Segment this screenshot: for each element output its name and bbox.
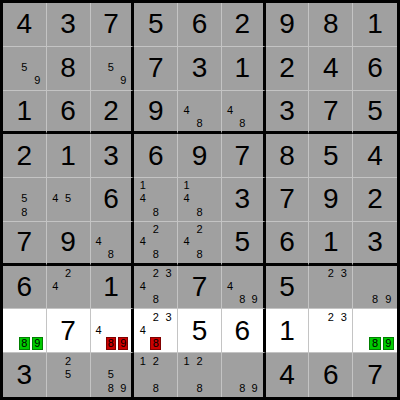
pencil-marks: 23 <box>311 310 350 350</box>
cell-value: 6 <box>134 134 177 177</box>
cell-value: 1 <box>222 47 263 90</box>
candidate-8: 8 <box>149 206 162 219</box>
pencil-marks: 89 <box>355 310 395 350</box>
candidate-3: 3 <box>162 267 175 280</box>
candidate-3: 3 <box>337 310 350 323</box>
cell-r2c1[interactable]: 59 <box>3 47 47 91</box>
cell-value: 9 <box>134 91 177 132</box>
cell-r6c8[interactable]: 1 <box>309 222 353 266</box>
cell-r2c5[interactable]: 3 <box>178 47 222 91</box>
cell-r4c2[interactable]: 1 <box>47 134 91 178</box>
cell-r9c6[interactable]: 89 <box>222 353 266 397</box>
cell-value: 1 <box>47 134 90 177</box>
cell-r6c9[interactable]: 3 <box>353 222 397 266</box>
pencil-marks: 48 <box>180 92 219 130</box>
cell-value: 5 <box>134 3 177 46</box>
cell-value: 5 <box>222 222 263 263</box>
candidate-8: 8 <box>149 381 162 395</box>
pencil-marks: 24 <box>49 267 88 307</box>
cell-value: 8 <box>47 47 90 90</box>
candidate-9: 9 <box>248 293 260 306</box>
cell-value: 4 <box>309 47 352 90</box>
cell-r5c9[interactable]: 2 <box>353 178 397 222</box>
cell-r5c1[interactable]: 58 <box>3 178 47 222</box>
candidate-4: 4 <box>224 280 236 293</box>
candidate-8: 8 <box>193 248 206 261</box>
cell-r7c3[interactable]: 1 <box>91 266 135 310</box>
cell-value: 3 <box>353 222 397 263</box>
candidate-1: 1 <box>180 179 193 192</box>
candidate-2: 2 <box>149 354 162 368</box>
cell-r1c1[interactable]: 4 <box>3 3 47 47</box>
cell-value: 1 <box>266 309 309 352</box>
candidate-5: 5 <box>62 368 75 382</box>
cell-r3c9[interactable]: 5 <box>353 91 397 135</box>
candidate-2: 2 <box>149 267 162 280</box>
candidate-4: 4 <box>180 235 193 248</box>
cell-value: 3 <box>266 91 309 132</box>
cell-value: 6 <box>178 3 221 46</box>
candidate-8: 8 <box>193 381 206 395</box>
cell-r7c1[interactable]: 6 <box>3 266 47 310</box>
candidate-3: 3 <box>162 310 175 323</box>
cell-r8c5[interactable]: 5 <box>178 309 222 353</box>
cell-r4c7[interactable]: 8 <box>266 134 310 178</box>
pencil-marks: 48 <box>224 92 261 130</box>
cell-value: 4 <box>3 3 46 46</box>
cell-value: 4 <box>353 134 397 177</box>
candidate-8: 8 <box>236 381 248 395</box>
cell-value: 9 <box>309 178 352 221</box>
candidate-4: 4 <box>136 192 149 205</box>
cell-value: 8 <box>266 134 309 177</box>
candidate-8-red: 8 <box>150 337 161 350</box>
cell-r4c6[interactable]: 7 <box>222 134 266 178</box>
candidate-4: 4 <box>49 280 62 293</box>
candidate-4: 4 <box>224 104 236 117</box>
cell-r8c9[interactable]: 89 <box>353 309 397 353</box>
pencil-marks: 89 <box>224 354 261 395</box>
pencil-marks: 148 <box>136 179 175 219</box>
candidate-4: 4 <box>93 324 105 337</box>
cell-value: 7 <box>3 222 46 263</box>
pencil-marks: 2348 <box>136 310 175 350</box>
candidate-5: 5 <box>105 368 117 382</box>
candidate-8: 8 <box>236 293 248 306</box>
cell-r5c7[interactable]: 7 <box>266 178 310 222</box>
cell-value: 7 <box>178 266 221 309</box>
candidate-2: 2 <box>149 310 162 323</box>
pencil-marks: 2348 <box>136 267 175 307</box>
cell-value: 2 <box>266 47 309 90</box>
cell-r2c2[interactable]: 8 <box>47 47 91 91</box>
candidate-8: 8 <box>18 206 31 219</box>
cell-r5c5[interactable]: 148 <box>178 178 222 222</box>
cell-r6c5[interactable]: 248 <box>178 222 222 266</box>
cell-r1c2[interactable]: 3 <box>47 3 91 47</box>
cell-r8c6[interactable]: 6 <box>222 309 266 353</box>
candidate-5: 5 <box>62 192 75 205</box>
cell-value: 1 <box>309 222 352 263</box>
cell-value: 6 <box>353 47 397 90</box>
candidate-4: 4 <box>136 280 149 293</box>
cell-value: 3 <box>47 3 90 46</box>
candidate-1: 1 <box>136 354 149 368</box>
cell-r4c8[interactable]: 5 <box>309 134 353 178</box>
cell-r1c5[interactable]: 6 <box>178 3 222 47</box>
cell-r7c6[interactable]: 489 <box>222 266 266 310</box>
cell-value: 7 <box>47 309 90 352</box>
cell-r9c8[interactable]: 6 <box>309 353 353 397</box>
cell-r9c2[interactable]: 25 <box>47 353 91 397</box>
cell-value: 7 <box>309 91 352 132</box>
cell-value: 9 <box>178 134 221 177</box>
cell-r3c2[interactable]: 6 <box>47 91 91 135</box>
cell-r5c3[interactable]: 6 <box>91 178 135 222</box>
candidate-2: 2 <box>193 223 206 236</box>
cell-value: 3 <box>222 178 263 221</box>
cell-r9c3[interactable]: 589 <box>91 353 135 397</box>
pencil-marks: 25 <box>49 354 88 395</box>
pencil-marks: 58 <box>5 179 44 219</box>
cell-r4c9[interactable]: 4 <box>353 134 397 178</box>
cell-r4c3[interactable]: 3 <box>91 134 135 178</box>
cell-value: 2 <box>353 178 397 221</box>
candidate-4: 4 <box>180 192 193 205</box>
cell-value: 2 <box>91 91 132 132</box>
candidate-3: 3 <box>337 267 350 280</box>
cell-value: 7 <box>134 47 177 90</box>
cell-value: 5 <box>309 134 352 177</box>
candidate-8: 8 <box>149 248 162 261</box>
candidate-8: 8 <box>105 248 117 261</box>
cell-r3c6[interactable]: 48 <box>222 91 266 135</box>
sudoku-board: 4375629815985973124616294848375213697854… <box>0 0 400 400</box>
cell-r7c4[interactable]: 2348 <box>134 266 178 310</box>
cell-r1c7[interactable]: 9 <box>266 3 310 47</box>
cell-r2c8[interactable]: 4 <box>309 47 353 91</box>
pencil-marks: 23 <box>311 267 350 307</box>
cell-value: 6 <box>3 266 46 309</box>
cell-value: 5 <box>353 91 397 132</box>
cell-value: 9 <box>47 222 90 263</box>
cell-value: 2 <box>222 3 263 46</box>
cell-value: 3 <box>3 353 46 397</box>
cell-r7c2[interactable]: 24 <box>47 266 91 310</box>
pencil-marks: 89 <box>355 267 395 307</box>
cell-r5c4[interactable]: 148 <box>134 178 178 222</box>
cell-r7c5[interactable]: 7 <box>178 266 222 310</box>
cell-r9c5[interactable]: 128 <box>178 353 222 397</box>
cell-r1c6[interactable]: 2 <box>222 3 266 47</box>
cell-r8c7[interactable]: 1 <box>266 309 310 353</box>
candidate-2: 2 <box>324 310 337 323</box>
pencil-marks: 128 <box>180 354 219 395</box>
pencil-marks: 59 <box>5 48 44 88</box>
cell-r4c5[interactable]: 9 <box>178 134 222 178</box>
candidate-2: 2 <box>62 267 75 280</box>
candidate-4: 4 <box>136 235 149 248</box>
pencil-marks: 248 <box>136 223 175 261</box>
cell-r2c6[interactable]: 1 <box>222 47 266 91</box>
cell-r6c7[interactable]: 6 <box>266 222 310 266</box>
cell-r9c1[interactable]: 3 <box>3 353 47 397</box>
cell-r8c2[interactable]: 7 <box>47 309 91 353</box>
cell-value: 5 <box>266 266 309 309</box>
candidate-1: 1 <box>136 179 149 192</box>
cell-value: 8 <box>309 3 352 46</box>
cell-r7c8[interactable]: 23 <box>309 266 353 310</box>
pencil-marks: 489 <box>224 267 261 307</box>
candidate-9: 9 <box>117 74 129 87</box>
candidate-8: 8 <box>193 117 206 130</box>
pencil-marks: 45 <box>49 179 88 219</box>
cell-r1c9[interactable]: 1 <box>353 3 397 47</box>
pencil-marks: 589 <box>93 354 130 395</box>
cell-r8c8[interactable]: 23 <box>309 309 353 353</box>
cell-r9c4[interactable]: 128 <box>134 353 178 397</box>
candidate-2: 2 <box>149 223 162 236</box>
cell-value: 6 <box>222 309 263 352</box>
cell-value: 2 <box>3 134 46 177</box>
candidate-4: 4 <box>136 324 149 337</box>
cell-r8c1[interactable]: 89 <box>3 309 47 353</box>
pencil-marks: 148 <box>180 179 219 219</box>
candidate-8: 8 <box>193 206 206 219</box>
candidate-4: 4 <box>180 104 193 117</box>
cell-r4c1[interactable]: 2 <box>3 134 47 178</box>
candidate-8: 8 <box>105 381 117 395</box>
candidate-8: 8 <box>149 293 162 306</box>
candidate-9-green: 9 <box>32 337 43 350</box>
cell-r2c7[interactable]: 2 <box>266 47 310 91</box>
cell-r6c6[interactable]: 5 <box>222 222 266 266</box>
candidate-9: 9 <box>382 293 395 306</box>
cell-r6c3[interactable]: 48 <box>91 222 135 266</box>
candidate-9: 9 <box>31 74 44 87</box>
pencil-marks: 89 <box>5 310 44 350</box>
candidate-2: 2 <box>324 267 337 280</box>
candidate-8-red: 8 <box>106 337 116 350</box>
cell-value: 3 <box>178 47 221 90</box>
cell-r9c7[interactable]: 4 <box>266 353 310 397</box>
pencil-marks: 48 <box>93 223 130 261</box>
cell-r3c4[interactable]: 9 <box>134 91 178 135</box>
cell-value: 1 <box>91 266 132 309</box>
candidate-5: 5 <box>105 61 117 74</box>
cell-r5c2[interactable]: 45 <box>47 178 91 222</box>
cell-r8c3[interactable]: 489 <box>91 309 135 353</box>
cell-r2c4[interactable]: 7 <box>134 47 178 91</box>
pencil-marks: 248 <box>180 223 219 261</box>
cell-value: 7 <box>91 3 132 46</box>
candidate-4: 4 <box>93 235 105 248</box>
cell-r1c8[interactable]: 8 <box>309 3 353 47</box>
candidate-8: 8 <box>236 117 248 130</box>
cell-r3c8[interactable]: 7 <box>309 91 353 135</box>
candidate-8-green: 8 <box>369 337 380 350</box>
pencil-marks: 128 <box>136 354 175 395</box>
candidate-9: 9 <box>248 381 260 395</box>
cell-r2c9[interactable]: 6 <box>353 47 397 91</box>
sudoku-app-window: 4375629815985973124616294848375213697854… <box>0 0 400 400</box>
candidate-2: 2 <box>193 354 206 368</box>
cell-r6c1[interactable]: 7 <box>3 222 47 266</box>
cell-r7c7[interactable]: 5 <box>266 266 310 310</box>
candidate-8: 8 <box>368 293 381 306</box>
cell-value: 9 <box>266 3 309 46</box>
cell-r3c3[interactable]: 2 <box>91 91 135 135</box>
cell-value: 6 <box>91 178 132 221</box>
cell-value: 1 <box>353 3 397 46</box>
cell-r3c1[interactable]: 1 <box>3 91 47 135</box>
cell-r8c4[interactable]: 2348 <box>134 309 178 353</box>
candidate-9-green: 9 <box>383 337 394 350</box>
cell-r5c8[interactable]: 9 <box>309 178 353 222</box>
cell-r3c7[interactable]: 3 <box>266 91 310 135</box>
cell-value: 6 <box>266 222 309 263</box>
cell-r5c6[interactable]: 3 <box>222 178 266 222</box>
cell-r1c4[interactable]: 5 <box>134 3 178 47</box>
candidate-5: 5 <box>18 192 31 205</box>
cell-r7c9[interactable]: 89 <box>353 266 397 310</box>
candidate-8-green: 8 <box>19 337 30 350</box>
cell-r1c3[interactable]: 7 <box>91 3 135 47</box>
pencil-marks: 59 <box>93 48 130 88</box>
cell-value: 7 <box>222 134 263 177</box>
cell-value: 7 <box>353 353 397 397</box>
cell-r6c4[interactable]: 248 <box>134 222 178 266</box>
candidate-1: 1 <box>180 354 193 368</box>
candidate-9: 9 <box>117 381 129 395</box>
cell-r6c2[interactable]: 9 <box>47 222 91 266</box>
cell-value: 4 <box>266 353 309 397</box>
cell-r2c3[interactable]: 59 <box>91 47 135 91</box>
cell-r3c5[interactable]: 48 <box>178 91 222 135</box>
cell-value: 7 <box>266 178 309 221</box>
pencil-marks: 489 <box>93 310 130 350</box>
cell-value: 1 <box>3 91 46 132</box>
cell-value: 6 <box>47 91 90 132</box>
candidate-9-red: 9 <box>118 337 128 350</box>
cell-value: 6 <box>309 353 352 397</box>
cell-r4c4[interactable]: 6 <box>134 134 178 178</box>
candidate-4: 4 <box>49 192 62 205</box>
cell-value: 3 <box>91 134 132 177</box>
candidate-5: 5 <box>18 61 31 74</box>
candidate-2: 2 <box>62 354 75 368</box>
cell-value: 5 <box>178 309 221 352</box>
cell-r9c9[interactable]: 7 <box>353 353 397 397</box>
